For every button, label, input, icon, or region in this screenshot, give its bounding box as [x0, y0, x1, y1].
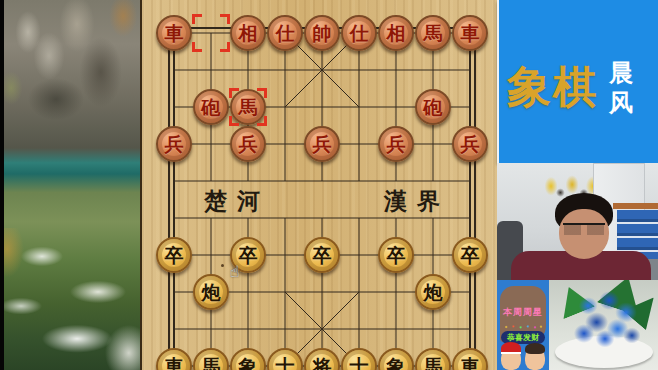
xiangqi-board[interactable]: 楚河 漢界 ☝ 車相仕帥仕相馬車砲馬砲兵兵兵兵兵卒卒卒卒卒炮炮車馬象士将士象馬車	[140, 0, 497, 370]
last-move-marker	[229, 88, 267, 126]
banner-subtitle: 晨风	[607, 58, 635, 118]
piece-炮[interactable]: 炮	[415, 274, 451, 310]
piece-兵[interactable]: 兵	[230, 126, 266, 162]
piece-卒[interactable]: 卒	[304, 237, 340, 273]
piece-相[interactable]: 相	[230, 15, 266, 51]
piece-車[interactable]: 車	[452, 15, 488, 51]
cartoon-kid-santa	[501, 346, 521, 370]
piece-兵[interactable]: 兵	[452, 126, 488, 162]
weekly-star-title: 本周周星	[497, 306, 549, 319]
blue-food-cluster	[563, 286, 647, 352]
webcam-view	[497, 163, 658, 280]
piece-卒[interactable]: 卒	[156, 237, 192, 273]
confetti-dots	[503, 324, 543, 330]
waterfalls	[0, 228, 140, 370]
piece-卒[interactable]: 卒	[452, 237, 488, 273]
right-panel: 象棋 晨风 本周周星 恭喜发财	[497, 0, 658, 370]
river-label-left: 楚河	[177, 186, 297, 217]
banner-title: 象棋	[507, 58, 599, 117]
stream-frame: 楚河 漢界 ☝ 車相仕帥仕相馬車砲馬砲兵兵兵兵兵卒卒卒卒卒炮炮車馬象士将士象馬車…	[0, 0, 658, 370]
piece-車[interactable]: 車	[156, 15, 192, 51]
board-speck	[221, 264, 224, 267]
weekly-star-graphic: 本周周星 恭喜发财	[497, 280, 549, 370]
piece-炮[interactable]: 炮	[193, 274, 229, 310]
river-label-right: 漢界	[357, 186, 477, 217]
piece-兵[interactable]: 兵	[304, 126, 340, 162]
cartoon-kid-hair	[525, 346, 545, 370]
piece-相[interactable]: 相	[378, 15, 414, 51]
piece-砲[interactable]: 砲	[193, 89, 229, 125]
mouse-cursor-hand: ☝	[230, 262, 240, 281]
piece-砲[interactable]: 砲	[415, 89, 451, 125]
piece-馬[interactable]: 馬	[415, 15, 451, 51]
blue-food-photo	[549, 280, 658, 370]
left-edge-strip	[0, 0, 4, 370]
piece-仕[interactable]: 仕	[341, 15, 377, 51]
piece-兵[interactable]: 兵	[156, 126, 192, 162]
piece-卒[interactable]: 卒	[378, 237, 414, 273]
channel-banner: 象棋 晨风	[497, 0, 658, 163]
board-grid-lines	[142, 0, 499, 370]
piece-仕[interactable]: 仕	[267, 15, 303, 51]
last-move-marker	[192, 14, 230, 52]
piece-兵[interactable]: 兵	[378, 126, 414, 162]
background-nature-photo	[0, 0, 140, 370]
wood-shelf	[613, 203, 658, 209]
streamer-glasses	[563, 223, 605, 235]
cliff-rocks	[0, 0, 140, 160]
piece-帥[interactable]: 帥	[304, 15, 340, 51]
